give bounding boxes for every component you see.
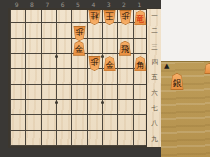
piece-14[interactable]: 角 <box>134 56 147 71</box>
star-point <box>101 101 104 104</box>
piece-11[interactable]: 竜 <box>134 10 147 25</box>
piece-glyph: 金 <box>75 44 84 54</box>
piece-glyph: 歩 <box>75 27 84 37</box>
file-label-8: 8 <box>24 1 39 8</box>
star-point <box>55 55 58 58</box>
file-label-9: 9 <box>9 1 24 8</box>
shogi-app: 987654321 桂王歩竜歩金飛歩金角 一二三四五六七八九 ▲ 銀 <box>0 0 210 157</box>
file-label-2: 2 <box>116 1 131 8</box>
file-label-6: 6 <box>55 1 70 8</box>
sente-hand-tray[interactable]: ▲ 銀 <box>161 61 210 157</box>
piece-21[interactable]: 歩 <box>119 10 132 25</box>
rank-label-5: 五 <box>148 70 161 85</box>
file-label-4: 4 <box>86 1 101 8</box>
piece-41[interactable]: 桂 <box>88 10 101 25</box>
rank-label-8: 八 <box>148 116 161 131</box>
file-label-1: 1 <box>132 1 147 8</box>
piece-44[interactable]: 歩 <box>88 56 101 71</box>
rank-label-7: 七 <box>148 101 161 116</box>
hand-piece-silver[interactable]: 銀 <box>170 73 184 90</box>
board-grid[interactable]: 桂王歩竜歩金飛歩金角 <box>9 9 147 147</box>
rank-label-4: 四 <box>148 55 161 70</box>
hand-piece-glyph: 銀 <box>173 78 182 88</box>
piece-glyph: 歩 <box>90 58 99 68</box>
star-point <box>101 55 104 58</box>
file-label-5: 5 <box>70 1 85 8</box>
rank-label-2: 二 <box>148 24 161 39</box>
piece-glyph: 角 <box>136 60 145 70</box>
rank-labels: 一二三四五六七八九 <box>148 9 161 147</box>
piece-52[interactable]: 歩 <box>73 26 86 41</box>
piece-glyph: 竜 <box>136 14 145 24</box>
piece-31[interactable]: 王 <box>103 10 116 25</box>
piece-glyph: 王 <box>105 12 114 22</box>
star-point <box>55 101 58 104</box>
piece-glyph: 金 <box>105 60 114 70</box>
piece-23[interactable]: 飛 <box>119 41 132 56</box>
file-label-3: 3 <box>101 1 116 8</box>
rank-label-9: 九 <box>148 132 161 147</box>
side-panel: ▲ 銀 <box>161 0 210 157</box>
board-plaque: 桂王歩竜歩金飛歩金角 一二三四五六七八九 <box>9 9 161 147</box>
sente-marker: ▲ <box>164 62 169 71</box>
piece-glyph: 歩 <box>121 12 130 22</box>
piece-glyph: 飛 <box>121 44 130 54</box>
piece-53[interactable]: 金 <box>73 41 86 56</box>
piece-glyph: 桂 <box>90 12 99 22</box>
file-labels: 987654321 <box>9 0 147 9</box>
file-label-7: 7 <box>40 1 55 8</box>
rank-label-1: 一 <box>148 9 161 24</box>
rank-label-6: 六 <box>148 86 161 101</box>
piece-34[interactable]: 金 <box>103 56 116 71</box>
rank-label-3: 三 <box>148 40 161 55</box>
edge-cutoff-piece <box>204 63 210 74</box>
